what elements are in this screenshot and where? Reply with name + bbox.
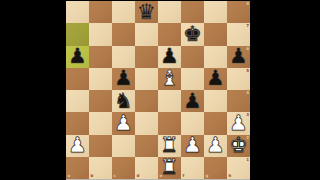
square-g8[interactable] [204, 1, 227, 23]
piece-white-king[interactable]: ♚ [229, 135, 248, 156]
square-h3[interactable]: ♟3 [227, 112, 250, 134]
file-label-h: h [229, 174, 232, 178]
square-f4[interactable]: ♟ [181, 90, 204, 112]
piece-white-rook[interactable]: ♜ [160, 157, 179, 178]
square-f2[interactable]: ♟ [181, 135, 204, 157]
square-c4[interactable]: ♞ [112, 90, 135, 112]
square-g4[interactable] [204, 90, 227, 112]
piece-white-bishop[interactable]: ♝ [160, 68, 179, 89]
file-label-c: c [114, 174, 116, 178]
square-f5[interactable] [181, 68, 204, 90]
square-d1[interactable]: d [135, 157, 158, 179]
square-g3[interactable] [204, 112, 227, 134]
square-h7[interactable]: 7 [227, 23, 250, 45]
piece-white-pawn[interactable]: ♟ [114, 112, 133, 133]
square-g5[interactable]: ♟ [204, 68, 227, 90]
square-b2[interactable] [89, 135, 112, 157]
square-c5[interactable]: ♟ [112, 68, 135, 90]
square-d6[interactable] [135, 46, 158, 68]
chess-board: ♛8♚7♟♟♟6♟♝♟5♞♟4♟♟3♟♜♟♟♚2abcd♜efg1h [66, 1, 250, 179]
square-h2[interactable]: ♚2 [227, 135, 250, 157]
piece-black-pawn[interactable]: ♟ [183, 90, 202, 111]
rank-label-1: 1 [246, 158, 249, 162]
square-e1[interactable]: ♜e [158, 157, 181, 179]
square-h4[interactable]: 4 [227, 90, 250, 112]
square-f8[interactable] [181, 1, 204, 23]
square-c7[interactable] [112, 23, 135, 45]
file-label-b: b [91, 174, 94, 178]
square-c1[interactable]: c [112, 157, 135, 179]
file-label-a: a [68, 174, 71, 178]
piece-black-queen[interactable]: ♛ [137, 1, 156, 22]
square-b7[interactable] [89, 23, 112, 45]
file-label-g: g [206, 174, 209, 178]
square-c3[interactable]: ♟ [112, 112, 135, 134]
piece-black-pawn[interactable]: ♟ [206, 68, 225, 89]
square-c6[interactable] [112, 46, 135, 68]
piece-white-pawn[interactable]: ♟ [206, 135, 225, 156]
square-c8[interactable] [112, 1, 135, 23]
square-g6[interactable] [204, 46, 227, 68]
square-b6[interactable] [89, 46, 112, 68]
square-b3[interactable] [89, 112, 112, 134]
square-g7[interactable] [204, 23, 227, 45]
piece-black-pawn[interactable]: ♟ [160, 46, 179, 67]
rank-label-7: 7 [246, 24, 249, 28]
piece-white-pawn[interactable]: ♟ [183, 135, 202, 156]
square-f7[interactable]: ♚ [181, 23, 204, 45]
piece-white-pawn[interactable]: ♟ [229, 112, 248, 133]
square-e6[interactable]: ♟ [158, 46, 181, 68]
piece-black-pawn[interactable]: ♟ [229, 46, 248, 67]
square-d8[interactable]: ♛ [135, 1, 158, 23]
square-f1[interactable]: f [181, 157, 204, 179]
file-label-f: f [183, 174, 185, 178]
piece-white-rook[interactable]: ♜ [160, 135, 179, 156]
rank-label-5: 5 [246, 69, 249, 73]
square-a7[interactable] [66, 23, 89, 45]
square-e7[interactable] [158, 23, 181, 45]
square-d2[interactable] [135, 135, 158, 157]
rank-label-8: 8 [246, 2, 249, 6]
square-b1[interactable]: b [89, 157, 112, 179]
square-e4[interactable] [158, 90, 181, 112]
square-b8[interactable] [89, 1, 112, 23]
square-d7[interactable] [135, 23, 158, 45]
square-d3[interactable] [135, 112, 158, 134]
square-a8[interactable] [66, 1, 89, 23]
piece-black-king[interactable]: ♚ [183, 23, 202, 44]
square-a2[interactable]: ♟ [66, 135, 89, 157]
square-a1[interactable]: a [66, 157, 89, 179]
square-c2[interactable] [112, 135, 135, 157]
square-a6[interactable]: ♟ [66, 46, 89, 68]
square-a3[interactable] [66, 112, 89, 134]
square-g1[interactable]: g [204, 157, 227, 179]
piece-black-pawn[interactable]: ♟ [114, 68, 133, 89]
square-e3[interactable] [158, 112, 181, 134]
square-a5[interactable] [66, 68, 89, 90]
piece-black-knight[interactable]: ♞ [114, 90, 133, 111]
square-e8[interactable] [158, 1, 181, 23]
square-g2[interactable]: ♟ [204, 135, 227, 157]
square-e2[interactable]: ♜ [158, 135, 181, 157]
square-b4[interactable] [89, 90, 112, 112]
square-h8[interactable]: 8 [227, 1, 250, 23]
square-a4[interactable] [66, 90, 89, 112]
square-b5[interactable] [89, 68, 112, 90]
file-label-d: d [137, 174, 140, 178]
square-f3[interactable] [181, 112, 204, 134]
square-h5[interactable]: 5 [227, 68, 250, 90]
piece-black-pawn[interactable]: ♟ [68, 46, 87, 67]
square-d5[interactable] [135, 68, 158, 90]
square-f6[interactable] [181, 46, 204, 68]
rank-label-4: 4 [246, 91, 249, 95]
letterbox-background: ♛8♚7♟♟♟6♟♝♟5♞♟4♟♟3♟♜♟♟♚2abcd♜efg1h [0, 0, 320, 180]
square-h1[interactable]: 1h [227, 157, 250, 179]
square-e5[interactable]: ♝ [158, 68, 181, 90]
piece-white-pawn[interactable]: ♟ [68, 135, 87, 156]
square-h6[interactable]: ♟6 [227, 46, 250, 68]
square-d4[interactable] [135, 90, 158, 112]
